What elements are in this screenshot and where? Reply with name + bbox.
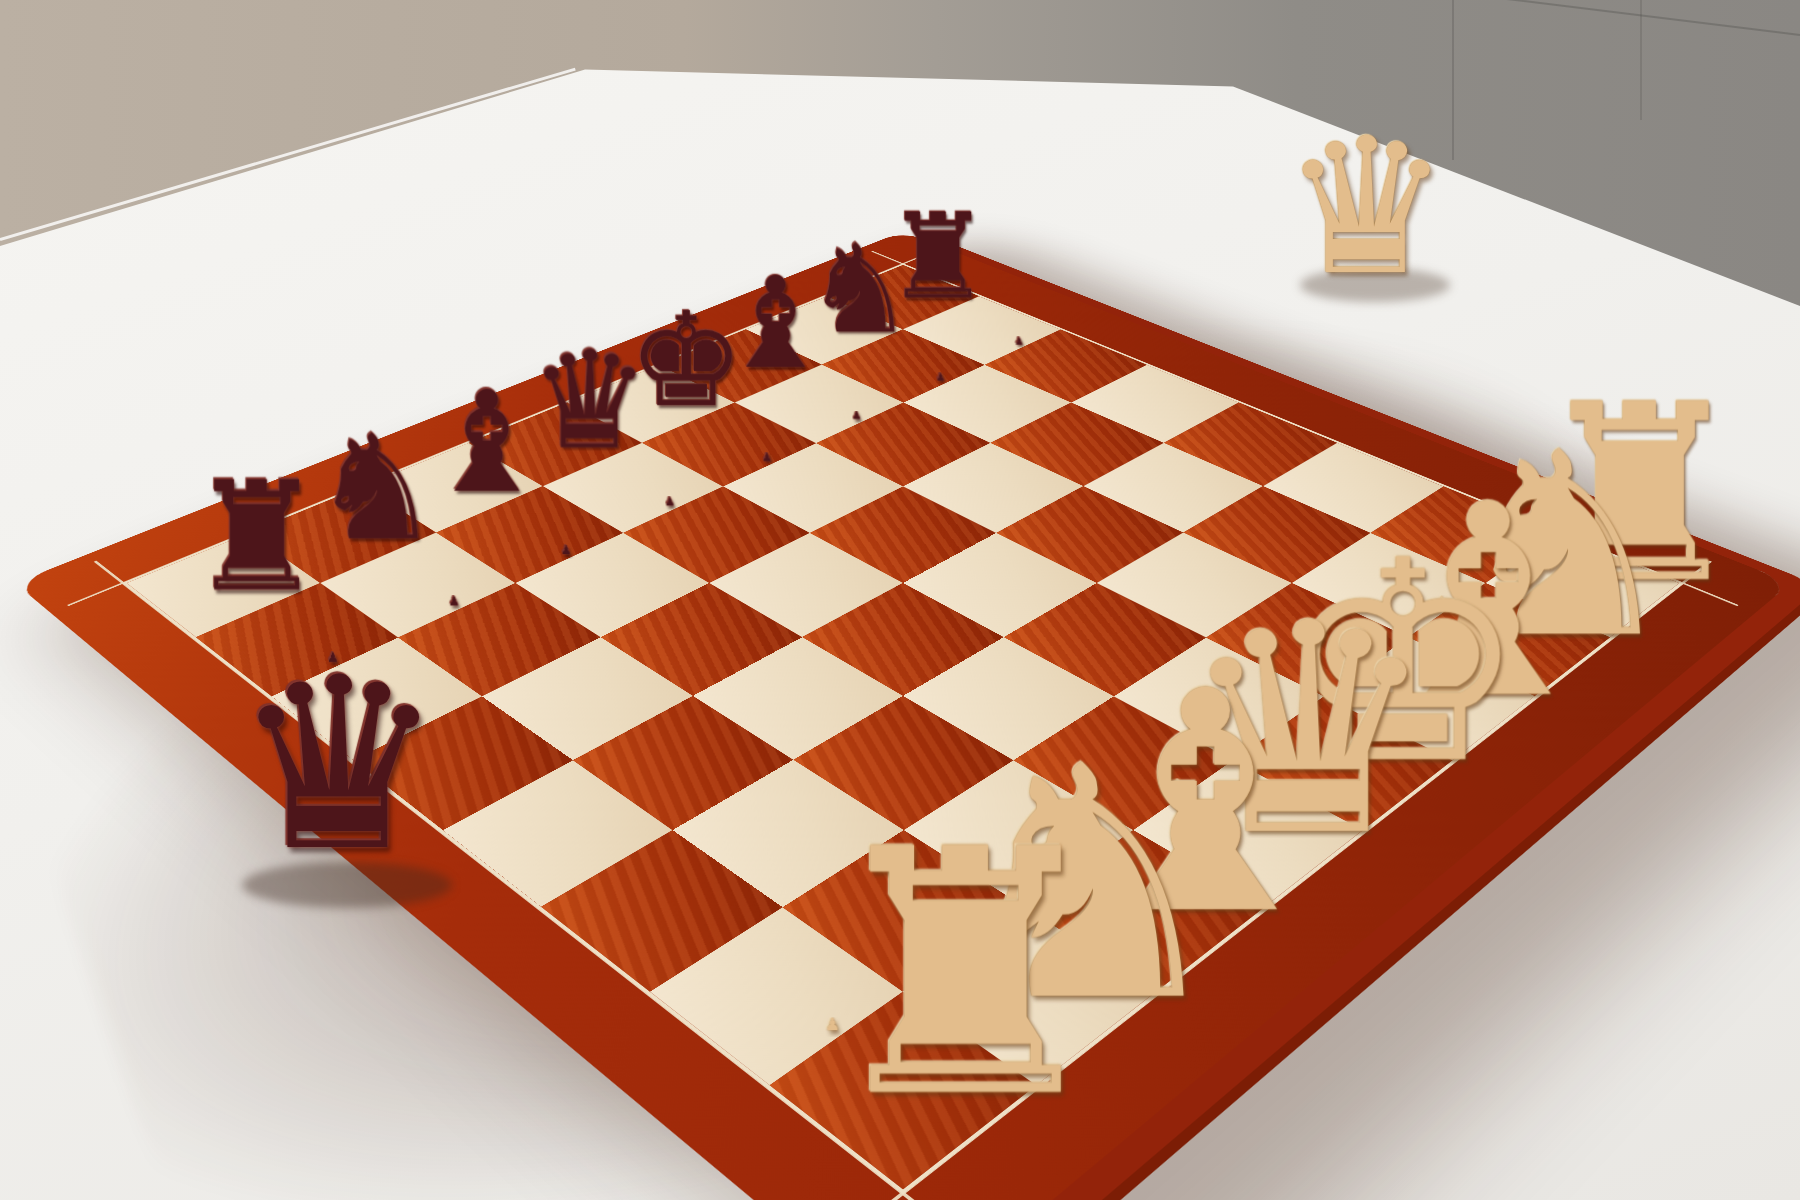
piece-b7-black-pawn[interactable]: ♟ — [448, 596, 459, 608]
piece-g7-black-pawn[interactable]: ♟ — [936, 372, 946, 382]
piece-d7-black-pawn[interactable]: ♟ — [665, 496, 676, 507]
offboard-white-extra-queen[interactable]: ♛ — [1282, 118, 1451, 297]
wall-seam — [1452, 0, 1454, 160]
wall-seam — [1640, 0, 1642, 120]
piece-h7-black-pawn[interactable]: ♟ — [1015, 336, 1024, 345]
square-c5[interactable] — [600, 583, 802, 696]
piece-e7-black-pawn[interactable]: ♟ — [762, 452, 772, 462]
piece-a1-white-rook[interactable]: ♜ — [814, 820, 1117, 1131]
piece-f7-black-pawn[interactable]: ♟ — [852, 411, 862, 421]
piece-a8-black-rook[interactable]: ♜ — [189, 469, 324, 608]
piece-c8-black-bishop[interactable]: ♝ — [424, 379, 549, 507]
piece-c7-black-pawn[interactable]: ♟ — [561, 544, 572, 555]
piece-b8-black-knight[interactable]: ♞ — [311, 422, 441, 555]
offboard-black-extra-queen[interactable]: ♛ — [232, 652, 445, 878]
scene: ♜♞♝♛♚♝♞♜♟♟♟♟♟♟♟♟♟♟♟♟♟♟♟♟♜♞♝♛♚♝♞♜ ♛ ♛ — [0, 0, 1800, 1200]
